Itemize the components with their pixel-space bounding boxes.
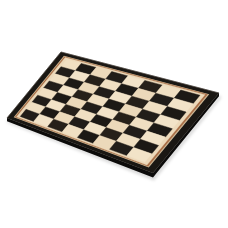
chessboard [0, 0, 228, 228]
product-photo-canvas [0, 0, 228, 228]
